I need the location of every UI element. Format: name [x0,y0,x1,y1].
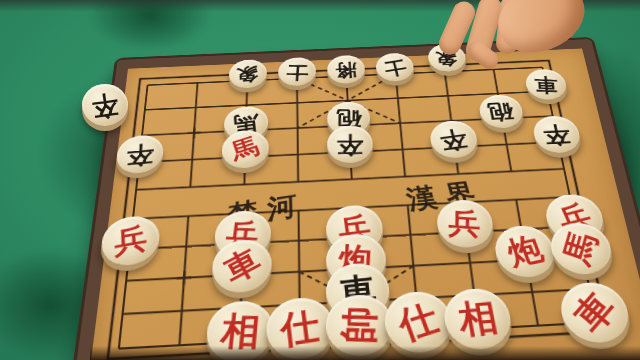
piece-character: 士 [382,57,408,77]
piece-character: 卒 [438,126,470,152]
xiangqi-board: 楚河 漢界 象士將士象車馬砲砲卒馬卒卒卒兵兵兵兵兵車炮炮馬車相仕帥仕相車 [68,39,640,360]
piece-character: 象 [236,64,259,84]
piece-character: 炮 [503,232,546,270]
piece-character: 馬 [560,228,601,269]
top-shadow [0,0,640,12]
piece-character: 車 [568,287,622,339]
piece-character: 帥 [339,306,379,345]
captured-piece-black-soldier[interactable]: 卒 [82,84,128,126]
piece-character: 將 [335,60,358,79]
piece-character: 士 [285,63,308,81]
piece-character: 卒 [336,133,363,156]
piece-character: 車 [534,75,559,95]
piece-character: 相 [455,298,500,339]
piece-character: 馬 [229,135,262,165]
piece-character: 仕 [394,299,443,346]
piece-character: 卒 [90,86,121,124]
bottom-frame-shadow [90,346,640,360]
piece-character: 象 [435,49,458,67]
piece-character: 兵 [449,208,481,239]
piece-character: 兵 [114,223,148,258]
table-scene: 楚河 漢界 象士將士象車馬砲砲卒馬卒卒卒兵兵兵兵兵車炮炮馬車相仕帥仕相車 卒 [0,0,640,360]
piece-character: 車 [219,244,265,288]
piece-character: 仕 [279,307,322,350]
piece-character: 卒 [541,123,572,147]
piece-character: 卒 [126,142,154,167]
piece-character: 砲 [486,100,515,122]
